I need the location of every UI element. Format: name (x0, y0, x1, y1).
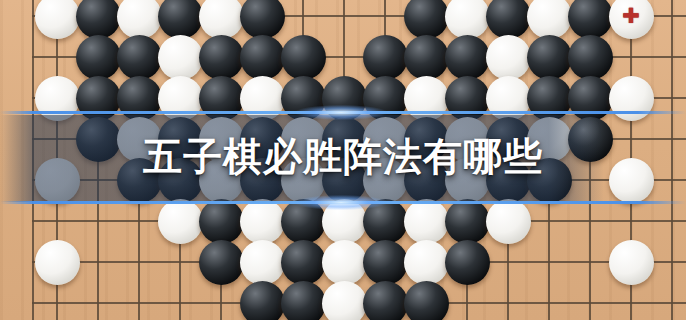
stone-black[interactable] (76, 0, 121, 39)
stone-black[interactable] (281, 281, 326, 320)
stone-white[interactable] (527, 0, 572, 39)
stone-white[interactable] (158, 35, 203, 80)
page-title: 五子棋必胜阵法有哪些 (0, 133, 686, 181)
lens-flare-icon (295, 105, 387, 120)
stone-white[interactable] (404, 199, 449, 244)
banner-bottom-glow-line (0, 201, 686, 204)
stone-black[interactable] (363, 240, 408, 285)
stone-black[interactable] (240, 0, 285, 39)
stone-black[interactable] (404, 0, 449, 39)
stone-black[interactable] (281, 240, 326, 285)
stone-black[interactable] (363, 281, 408, 320)
stone-white[interactable] (35, 0, 80, 39)
stone-white[interactable] (240, 240, 285, 285)
stone-black[interactable] (363, 35, 408, 80)
stone-black[interactable] (445, 35, 490, 80)
stone-black[interactable] (199, 199, 244, 244)
stone-white[interactable] (199, 0, 244, 39)
stone-black[interactable] (76, 35, 121, 80)
stone-white[interactable] (486, 35, 531, 80)
stone-white[interactable] (158, 199, 203, 244)
stone-white[interactable] (609, 240, 654, 285)
stone-white[interactable] (486, 199, 531, 244)
stone-black[interactable] (199, 240, 244, 285)
stone-black[interactable] (281, 35, 326, 80)
last-move-marker-icon: ✚ (609, 0, 654, 39)
stone-black[interactable] (568, 35, 613, 80)
stone-white[interactable] (117, 0, 162, 39)
stone-black[interactable] (445, 199, 490, 244)
stone-white[interactable] (445, 0, 490, 39)
stone-black[interactable] (445, 240, 490, 285)
stone-black[interactable] (240, 281, 285, 320)
stone-black[interactable] (404, 35, 449, 80)
stone-black[interactable] (486, 0, 531, 39)
gomoku-screenshot: ✚ 五子棋必胜阵法有哪些 (0, 0, 686, 320)
stone-black[interactable] (404, 281, 449, 320)
stone-black[interactable] (158, 0, 203, 39)
stone-black[interactable] (117, 35, 162, 80)
stone-white[interactable]: ✚ (609, 0, 654, 39)
stone-white[interactable] (404, 240, 449, 285)
stone-black[interactable] (527, 35, 572, 80)
stone-white[interactable] (35, 240, 80, 285)
lens-flare-icon (295, 195, 387, 210)
stone-white[interactable] (322, 281, 367, 320)
stone-black[interactable] (240, 35, 285, 80)
stone-black[interactable] (568, 0, 613, 39)
stone-white[interactable] (240, 199, 285, 244)
stone-white[interactable] (322, 240, 367, 285)
stone-black[interactable] (199, 35, 244, 80)
banner-top-glow-line (0, 111, 686, 114)
